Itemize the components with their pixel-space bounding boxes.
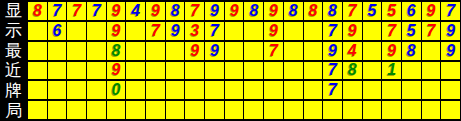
- empty-cell: [441, 81, 460, 99]
- empty-cell: [402, 101, 421, 119]
- cell-r1c15: 8: [304, 2, 323, 20]
- empty-cell: [166, 101, 185, 119]
- empty-cell: [264, 62, 283, 80]
- cell-r1c12: 8: [244, 2, 263, 20]
- cell-r4c19: 1: [382, 62, 401, 80]
- cell-r1c2: 7: [48, 2, 67, 20]
- empty-cell: [48, 101, 67, 119]
- empty-cell: [146, 62, 165, 80]
- empty-cell: [126, 42, 145, 60]
- empty-cell: [363, 62, 382, 80]
- cell-r3c20: 8: [402, 42, 421, 60]
- empty-cell: [382, 81, 401, 99]
- cell-r1c22: 7: [441, 2, 460, 20]
- empty-cell: [422, 81, 441, 99]
- empty-cell: [67, 62, 86, 80]
- empty-cell: [166, 62, 185, 80]
- empty-cell: [225, 81, 244, 99]
- cell-r1c6: 4: [126, 2, 145, 20]
- caption-char-6: 局: [0, 101, 27, 121]
- empty-cell: [304, 81, 323, 99]
- empty-cell: [264, 81, 283, 99]
- cell-r2c16: 7: [323, 22, 342, 40]
- empty-cell: [244, 62, 263, 80]
- empty-cell: [343, 101, 362, 119]
- cell-r2c17: 9: [343, 22, 362, 40]
- empty-cell: [166, 81, 185, 99]
- caption-char-3: 最: [0, 40, 27, 60]
- empty-cell: [185, 101, 204, 119]
- empty-cell: [126, 101, 145, 119]
- cell-r2c20: 5: [402, 22, 421, 40]
- cell-r1c21: 9: [422, 2, 441, 20]
- empty-cell: [284, 101, 303, 119]
- empty-cell: [48, 42, 67, 60]
- empty-cell: [284, 42, 303, 60]
- cell-r4c5: 9: [107, 62, 126, 80]
- cell-r1c9: 7: [185, 2, 204, 20]
- empty-cell: [363, 101, 382, 119]
- cell-r3c22: 9: [441, 42, 460, 60]
- empty-cell: [67, 101, 86, 119]
- cell-r1c16: 8: [323, 2, 342, 20]
- cell-r1c13: 9: [264, 2, 283, 20]
- cell-r2c10: 7: [205, 22, 224, 40]
- cell-r2c13: 9: [264, 22, 283, 40]
- empty-cell: [87, 22, 106, 40]
- board-caption: 显示最近牌局: [0, 0, 27, 121]
- caption-char-2: 示: [0, 20, 27, 40]
- cell-r2c7: 7: [146, 22, 165, 40]
- empty-cell: [185, 81, 204, 99]
- cell-r1c14: 8: [284, 2, 303, 20]
- cell-r4c17: 8: [343, 62, 362, 80]
- empty-cell: [402, 81, 421, 99]
- empty-cell: [87, 101, 106, 119]
- empty-cell: [422, 101, 441, 119]
- empty-cell: [146, 42, 165, 60]
- empty-cell: [284, 81, 303, 99]
- empty-cell: [28, 22, 47, 40]
- cell-r1c19: 5: [382, 2, 401, 20]
- empty-cell: [48, 62, 67, 80]
- empty-cell: [284, 62, 303, 80]
- empty-cell: [185, 62, 204, 80]
- empty-cell: [244, 42, 263, 60]
- empty-cell: [363, 22, 382, 40]
- empty-cell: [107, 101, 126, 119]
- empty-cell: [363, 42, 382, 60]
- empty-cell: [422, 42, 441, 60]
- cell-r5c5: 0: [107, 81, 126, 99]
- caption-char-5: 牌: [0, 81, 27, 101]
- recent-rounds-board: 显示最近牌局 877794987998988875569769793797975…: [0, 0, 461, 121]
- empty-cell: [225, 101, 244, 119]
- empty-cell: [225, 22, 244, 40]
- empty-cell: [28, 62, 47, 80]
- cell-r1c8: 8: [166, 2, 185, 20]
- cell-r1c17: 7: [343, 2, 362, 20]
- empty-cell: [48, 81, 67, 99]
- empty-cell: [304, 101, 323, 119]
- cell-r1c1: 8: [28, 2, 47, 20]
- empty-cell: [304, 42, 323, 60]
- cell-r1c4: 7: [87, 2, 106, 20]
- cell-r2c22: 9: [441, 22, 460, 40]
- empty-cell: [28, 81, 47, 99]
- empty-cell: [28, 101, 47, 119]
- empty-cell: [304, 62, 323, 80]
- cell-r2c2: 6: [48, 22, 67, 40]
- empty-cell: [244, 22, 263, 40]
- empty-cell: [441, 62, 460, 80]
- cell-r1c18: 5: [363, 2, 382, 20]
- empty-cell: [225, 62, 244, 80]
- cell-r4c16: 7: [323, 62, 342, 80]
- cell-r3c5: 8: [107, 42, 126, 60]
- empty-cell: [284, 22, 303, 40]
- caption-char-1: 显: [0, 0, 27, 20]
- empty-cell: [166, 42, 185, 60]
- empty-cell: [87, 42, 106, 60]
- empty-cell: [87, 62, 106, 80]
- cell-r2c21: 7: [422, 22, 441, 40]
- empty-cell: [244, 81, 263, 99]
- empty-cell: [146, 101, 165, 119]
- cell-r1c11: 9: [225, 2, 244, 20]
- empty-cell: [264, 101, 283, 119]
- empty-cell: [422, 62, 441, 80]
- cell-r3c10: 9: [205, 42, 224, 60]
- empty-cell: [67, 81, 86, 99]
- empty-cell: [87, 81, 106, 99]
- cell-r1c10: 9: [205, 2, 224, 20]
- cell-r2c19: 7: [382, 22, 401, 40]
- cell-r3c16: 9: [323, 42, 342, 60]
- cell-r1c20: 6: [402, 2, 421, 20]
- empty-cell: [205, 81, 224, 99]
- cell-r3c13: 7: [264, 42, 283, 60]
- cell-r2c9: 3: [185, 22, 204, 40]
- empty-cell: [126, 81, 145, 99]
- cell-r3c17: 4: [343, 42, 362, 60]
- caption-char-4: 近: [0, 60, 27, 80]
- cell-r3c19: 9: [382, 42, 401, 60]
- cell-r1c3: 7: [67, 2, 86, 20]
- empty-cell: [402, 62, 421, 80]
- empty-cell: [304, 22, 323, 40]
- empty-cell: [225, 42, 244, 60]
- cell-r2c8: 9: [166, 22, 185, 40]
- cell-r2c5: 9: [107, 22, 126, 40]
- empty-cell: [343, 81, 362, 99]
- cell-r1c5: 9: [107, 2, 126, 20]
- empty-cell: [67, 22, 86, 40]
- cell-r5c16: 7: [323, 81, 342, 99]
- empty-cell: [126, 22, 145, 40]
- rounds-grid: 8777949879989888755697697937979757989979…: [27, 0, 461, 121]
- empty-cell: [126, 62, 145, 80]
- empty-cell: [205, 62, 224, 80]
- cell-r3c9: 9: [185, 42, 204, 60]
- cell-r1c7: 9: [146, 2, 165, 20]
- empty-cell: [363, 81, 382, 99]
- empty-cell: [205, 101, 224, 119]
- empty-cell: [382, 101, 401, 119]
- empty-cell: [323, 101, 342, 119]
- empty-cell: [441, 101, 460, 119]
- empty-cell: [67, 42, 86, 60]
- empty-cell: [244, 101, 263, 119]
- empty-cell: [146, 81, 165, 99]
- empty-cell: [28, 42, 47, 60]
